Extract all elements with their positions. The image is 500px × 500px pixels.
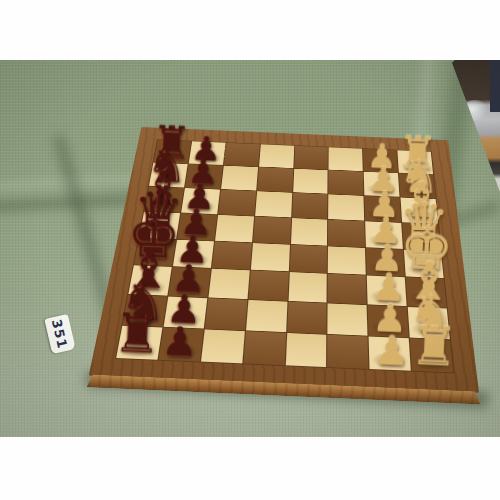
square-r8-c5 [285, 333, 326, 367]
square-r4-c3 [215, 215, 254, 242]
square-r8-c7: ♟ [369, 337, 411, 371]
square-r3-c5 [292, 193, 328, 219]
board-grid: ♜♟♟♜♞♟♟♞♝♟♟♝♛♟♟♛♚♟♟♚♝♟♟♝♞♟♟♞♜♟♟♜ [116, 140, 453, 373]
square-r6-c5 [288, 272, 327, 302]
lot-number: 351 [49, 318, 70, 351]
square-r2-c3 [221, 166, 258, 191]
square-r5-c5 [289, 244, 327, 273]
cream-rook: ♜ [409, 320, 459, 371]
square-r4-c5 [291, 218, 328, 245]
square-r4-c6 [328, 219, 365, 246]
square-r1-c5 [294, 146, 328, 170]
square-r8-c4 [243, 331, 286, 365]
chess-board: ♜♟♟♜♞♟♟♞♝♟♟♝♛♟♟♛♚♟♟♚♝♟♟♝♞♟♟♞♜♟♟♜ [111, 65, 470, 424]
square-r1-c6 [329, 147, 363, 171]
square-r7-c4 [246, 300, 287, 332]
square-r8-c3 [201, 330, 245, 364]
square-r8-c6 [328, 335, 369, 369]
board-frame: ♜♟♟♜♞♟♟♞♝♟♟♝♛♟♟♛♚♟♟♚♝♟♟♝♞♟♟♞♜♟♟♜ [89, 127, 479, 393]
square-r3-c3 [218, 189, 256, 215]
square-r6-c4 [248, 271, 288, 301]
square-r1-c3 [224, 143, 260, 167]
square-r5-c6 [328, 246, 366, 275]
top-white-margin [0, 0, 500, 60]
square-r7-c6 [328, 304, 368, 336]
cream-pawn: ♟ [372, 331, 410, 369]
square-r6-c6 [328, 274, 367, 304]
square-r3-c6 [329, 194, 365, 220]
square-r5-c4 [250, 243, 289, 272]
square-r7-c5 [287, 302, 327, 334]
auction-photo-canvas: ♜♟♟♜♞♟♟♞♝♟♟♝♛♟♟♛♚♟♟♚♝♟♟♝♞♟♟♞♜♟♟♜ 351 [0, 0, 500, 500]
square-r2-c4 [257, 167, 293, 192]
square-r4-c4 [253, 216, 291, 243]
square-r8-c8: ♜ [410, 338, 453, 372]
lot-number-sticker: 351 [44, 314, 75, 354]
red-rook: ♜ [113, 308, 163, 359]
background-object [490, 60, 500, 112]
red-pawn: ♟ [161, 322, 199, 360]
bottom-white-margin [0, 437, 500, 500]
square-r6-c3 [208, 269, 249, 299]
square-r2-c6 [329, 170, 364, 195]
square-r5-c3 [212, 241, 252, 270]
square-r3-c4 [255, 191, 292, 217]
square-r2-c5 [293, 169, 328, 194]
square-r7-c3 [205, 298, 247, 330]
square-r8-c1: ♜ [116, 326, 162, 360]
square-r1-c4 [259, 144, 294, 168]
square-r8-c2: ♟ [158, 328, 203, 362]
photo-area: ♜♟♟♜♞♟♟♞♝♟♟♝♛♟♟♛♚♟♟♚♝♟♟♝♞♟♟♞♜♟♟♜ 351 [0, 60, 500, 437]
